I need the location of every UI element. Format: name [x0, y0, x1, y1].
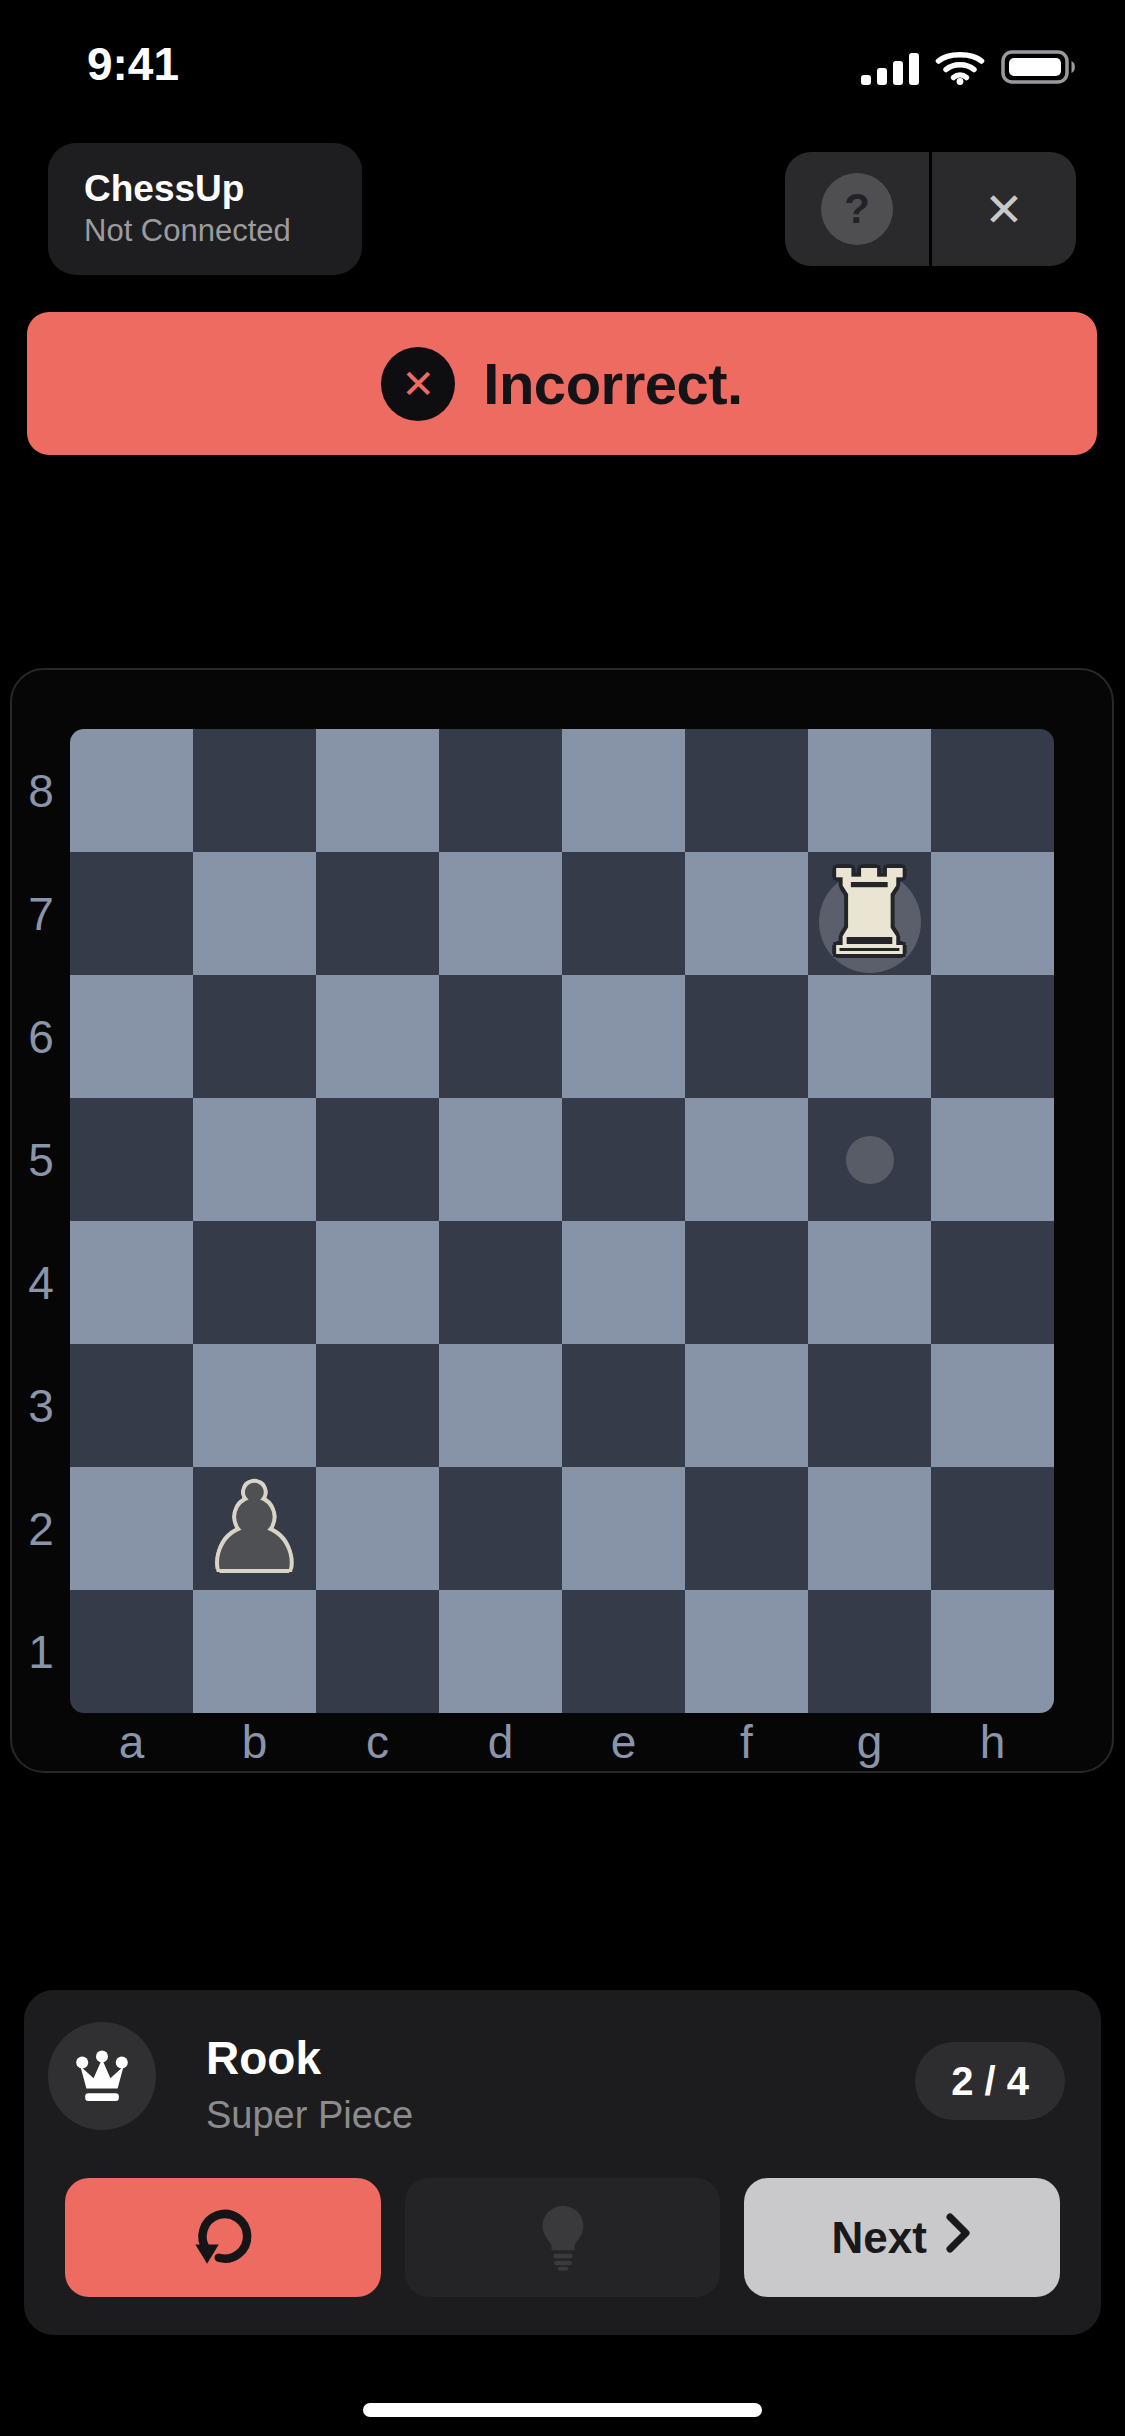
- square-c1[interactable]: [316, 1590, 439, 1713]
- rank-label-2: 2: [12, 1467, 70, 1590]
- square-a3[interactable]: [70, 1344, 193, 1467]
- square-e4[interactable]: [562, 1221, 685, 1344]
- lesson-title: Rook: [206, 2032, 321, 2084]
- square-e7[interactable]: [562, 852, 685, 975]
- square-a5[interactable]: [70, 1098, 193, 1221]
- close-button[interactable]: ✕: [932, 152, 1076, 266]
- square-g7[interactable]: ♜: [808, 852, 931, 975]
- next-label: Next: [831, 2213, 926, 2263]
- lesson-subtitle: Super Piece: [206, 2092, 413, 2138]
- rank-labels: 87654321: [12, 729, 70, 1713]
- square-f2[interactable]: [685, 1467, 808, 1590]
- next-button[interactable]: Next: [744, 2178, 1060, 2297]
- chevron-right-icon: [943, 2211, 973, 2265]
- square-f3[interactable]: [685, 1344, 808, 1467]
- square-d2[interactable]: [439, 1467, 562, 1590]
- question-icon: ?: [821, 173, 893, 245]
- home-indicator[interactable]: [363, 2403, 762, 2417]
- file-label-g: g: [808, 1713, 931, 1771]
- square-f8[interactable]: [685, 729, 808, 852]
- error-x-icon: ✕: [381, 347, 455, 421]
- hint-button[interactable]: [405, 2178, 721, 2297]
- square-e8[interactable]: [562, 729, 685, 852]
- rank-label-1: 1: [12, 1590, 70, 1713]
- square-e6[interactable]: [562, 975, 685, 1098]
- square-h5[interactable]: [931, 1098, 1054, 1221]
- rank-label-3: 3: [12, 1344, 70, 1467]
- square-b4[interactable]: [193, 1221, 316, 1344]
- square-f1[interactable]: [685, 1590, 808, 1713]
- square-g2[interactable]: [808, 1467, 931, 1590]
- square-a7[interactable]: [70, 852, 193, 975]
- square-b8[interactable]: [193, 729, 316, 852]
- square-c8[interactable]: [316, 729, 439, 852]
- square-f6[interactable]: [685, 975, 808, 1098]
- black-pawn[interactable]: ♟: [193, 1467, 316, 1590]
- square-c7[interactable]: [316, 852, 439, 975]
- square-b3[interactable]: [193, 1344, 316, 1467]
- square-h2[interactable]: [931, 1467, 1054, 1590]
- square-b2[interactable]: ♟: [193, 1467, 316, 1590]
- progress-badge: 2 / 4: [915, 2042, 1065, 2120]
- rotate-ccw-icon: [189, 2202, 257, 2273]
- square-d4[interactable]: [439, 1221, 562, 1344]
- square-d7[interactable]: [439, 852, 562, 975]
- square-d1[interactable]: [439, 1590, 562, 1713]
- square-a2[interactable]: [70, 1467, 193, 1590]
- board-panel: 87654321 ♜♟ abcdefgh: [10, 668, 1114, 1773]
- white-rook[interactable]: ♜: [808, 852, 931, 975]
- wifi-icon: [935, 48, 985, 90]
- square-h1[interactable]: [931, 1590, 1054, 1713]
- square-b5[interactable]: [193, 1098, 316, 1221]
- device-name: ChessUp: [84, 167, 362, 211]
- square-a4[interactable]: [70, 1221, 193, 1344]
- square-b1[interactable]: [193, 1590, 316, 1713]
- close-icon: ✕: [984, 186, 1023, 233]
- square-h3[interactable]: [931, 1344, 1054, 1467]
- square-d5[interactable]: [439, 1098, 562, 1221]
- square-a1[interactable]: [70, 1590, 193, 1713]
- square-c4[interactable]: [316, 1221, 439, 1344]
- square-c3[interactable]: [316, 1344, 439, 1467]
- square-a6[interactable]: [70, 975, 193, 1098]
- square-g5[interactable]: [808, 1098, 931, 1221]
- square-g6[interactable]: [808, 975, 931, 1098]
- square-f5[interactable]: [685, 1098, 808, 1221]
- clock: 9:41: [58, 36, 208, 92]
- square-e3[interactable]: [562, 1344, 685, 1467]
- file-label-d: d: [439, 1713, 562, 1771]
- retry-button[interactable]: [65, 2178, 381, 2297]
- square-g4[interactable]: [808, 1221, 931, 1344]
- square-c2[interactable]: [316, 1467, 439, 1590]
- file-label-f: f: [685, 1713, 808, 1771]
- square-h6[interactable]: [931, 975, 1054, 1098]
- banner-message: Incorrect.: [483, 350, 742, 417]
- cellular-signal-icon: [861, 49, 919, 89]
- square-g1[interactable]: [808, 1590, 931, 1713]
- help-button[interactable]: ?: [785, 152, 929, 266]
- file-label-e: e: [562, 1713, 685, 1771]
- square-d8[interactable]: [439, 729, 562, 852]
- battery-icon: [1001, 49, 1079, 89]
- file-label-a: a: [70, 1713, 193, 1771]
- square-b6[interactable]: [193, 975, 316, 1098]
- file-label-h: h: [931, 1713, 1054, 1771]
- screen: 9:41 ChessUp: [0, 0, 1125, 2436]
- connection-status: Not Connected: [84, 211, 362, 251]
- rank-label-4: 4: [12, 1221, 70, 1344]
- lesson-card: Rook Super Piece 2 / 4: [24, 1990, 1101, 2335]
- square-e5[interactable]: [562, 1098, 685, 1221]
- status-icons: [861, 48, 1079, 90]
- rank-label-7: 7: [12, 852, 70, 975]
- move-target-dot[interactable]: [846, 1136, 894, 1184]
- rank-label-8: 8: [12, 729, 70, 852]
- lesson-buttons: Next: [65, 2178, 1060, 2297]
- rank-label-6: 6: [12, 975, 70, 1098]
- incorrect-banner: ✕ Incorrect.: [27, 312, 1097, 455]
- square-d3[interactable]: [439, 1344, 562, 1467]
- square-h4[interactable]: [931, 1221, 1054, 1344]
- file-label-b: b: [193, 1713, 316, 1771]
- square-c6[interactable]: [316, 975, 439, 1098]
- crown-icon: [71, 2044, 133, 2108]
- square-f7[interactable]: [685, 852, 808, 975]
- square-b7[interactable]: [193, 852, 316, 975]
- square-h7[interactable]: [931, 852, 1054, 975]
- square-g8[interactable]: [808, 729, 931, 852]
- lightbulb-icon: [532, 2200, 594, 2275]
- header-actions: ? ✕: [785, 152, 1076, 266]
- square-g3[interactable]: [808, 1344, 931, 1467]
- board-grid: ♜♟: [70, 729, 1054, 1713]
- square-d6[interactable]: [439, 975, 562, 1098]
- rank-label-5: 5: [12, 1098, 70, 1221]
- square-h8[interactable]: [931, 729, 1054, 852]
- device-connection-button[interactable]: ChessUp Not Connected: [48, 143, 362, 275]
- piece-avatar: [48, 2022, 156, 2130]
- square-e2[interactable]: [562, 1467, 685, 1590]
- square-c5[interactable]: [316, 1098, 439, 1221]
- square-a8[interactable]: [70, 729, 193, 852]
- square-f4[interactable]: [685, 1221, 808, 1344]
- square-e1[interactable]: [562, 1590, 685, 1713]
- file-label-c: c: [316, 1713, 439, 1771]
- file-labels: abcdefgh: [70, 1713, 1054, 1771]
